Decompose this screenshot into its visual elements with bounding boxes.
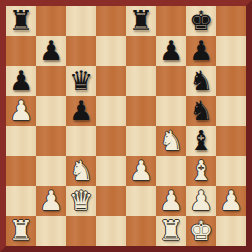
black-pawn-icon[interactable]: ♟: [189, 37, 213, 64]
square-e8[interactable]: ♜: [126, 6, 156, 36]
square-c3[interactable]: ♞: [66, 156, 96, 186]
square-a2[interactable]: [6, 186, 36, 216]
square-a5[interactable]: ♟: [6, 96, 36, 126]
square-d5[interactable]: [96, 96, 126, 126]
square-d6[interactable]: [96, 66, 126, 96]
square-h8[interactable]: [216, 6, 246, 36]
chess-board-frame: ♜♜♚♟♟♟♟♛♞♟♟♞♞♝♞♟♝♟♛♟♟♟♜♜♚: [0, 0, 252, 252]
square-a7[interactable]: [6, 36, 36, 66]
square-d8[interactable]: [96, 6, 126, 36]
square-c4[interactable]: [66, 126, 96, 156]
black-pawn-icon[interactable]: ♟: [69, 97, 93, 124]
square-c8[interactable]: [66, 6, 96, 36]
square-c5[interactable]: ♟: [66, 96, 96, 126]
square-d1[interactable]: [96, 216, 126, 246]
square-g5[interactable]: ♞: [186, 96, 216, 126]
square-e5[interactable]: [126, 96, 156, 126]
square-d4[interactable]: [96, 126, 126, 156]
square-e3[interactable]: ♟: [126, 156, 156, 186]
square-a1[interactable]: ♜: [6, 216, 36, 246]
black-queen-icon[interactable]: ♛: [69, 67, 93, 94]
square-g2[interactable]: ♟: [186, 186, 216, 216]
square-h4[interactable]: [216, 126, 246, 156]
square-b6[interactable]: [36, 66, 66, 96]
square-c6[interactable]: ♛: [66, 66, 96, 96]
square-d3[interactable]: [96, 156, 126, 186]
square-g1[interactable]: ♚: [186, 216, 216, 246]
square-f8[interactable]: [156, 6, 186, 36]
black-knight-icon[interactable]: ♞: [189, 67, 213, 94]
white-rook-icon[interactable]: ♜: [159, 217, 183, 244]
white-knight-icon[interactable]: ♞: [69, 157, 93, 184]
black-pawn-icon[interactable]: ♟: [39, 37, 63, 64]
white-queen-icon[interactable]: ♛: [69, 187, 93, 214]
square-a8[interactable]: ♜: [6, 6, 36, 36]
square-b7[interactable]: ♟: [36, 36, 66, 66]
square-b2[interactable]: ♟: [36, 186, 66, 216]
white-knight-icon[interactable]: ♞: [159, 127, 183, 154]
square-c1[interactable]: [66, 216, 96, 246]
black-knight-icon[interactable]: ♞: [189, 97, 213, 124]
square-a6[interactable]: ♟: [6, 66, 36, 96]
square-e4[interactable]: [126, 126, 156, 156]
square-f5[interactable]: [156, 96, 186, 126]
black-bishop-icon[interactable]: ♝: [189, 127, 213, 154]
square-c7[interactable]: [66, 36, 96, 66]
square-e7[interactable]: [126, 36, 156, 66]
square-f6[interactable]: [156, 66, 186, 96]
square-f2[interactable]: ♟: [156, 186, 186, 216]
square-b3[interactable]: [36, 156, 66, 186]
square-g8[interactable]: ♚: [186, 6, 216, 36]
square-a3[interactable]: [6, 156, 36, 186]
square-f1[interactable]: ♜: [156, 216, 186, 246]
square-h1[interactable]: [216, 216, 246, 246]
square-b1[interactable]: [36, 216, 66, 246]
square-d2[interactable]: [96, 186, 126, 216]
white-pawn-icon[interactable]: ♟: [189, 187, 213, 214]
black-rook-icon[interactable]: ♜: [9, 7, 33, 34]
square-g6[interactable]: ♞: [186, 66, 216, 96]
black-king-icon[interactable]: ♚: [189, 7, 213, 34]
white-pawn-icon[interactable]: ♟: [159, 187, 183, 214]
square-g4[interactable]: ♝: [186, 126, 216, 156]
white-pawn-icon[interactable]: ♟: [129, 157, 153, 184]
square-e2[interactable]: [126, 186, 156, 216]
square-h7[interactable]: [216, 36, 246, 66]
square-g3[interactable]: ♝: [186, 156, 216, 186]
white-pawn-icon[interactable]: ♟: [39, 187, 63, 214]
square-g7[interactable]: ♟: [186, 36, 216, 66]
chess-board: ♜♜♚♟♟♟♟♛♞♟♟♞♞♝♞♟♝♟♛♟♟♟♜♜♚: [6, 6, 246, 246]
square-e6[interactable]: [126, 66, 156, 96]
white-pawn-icon[interactable]: ♟: [219, 187, 243, 214]
white-pawn-icon[interactable]: ♟: [9, 97, 33, 124]
square-b8[interactable]: [36, 6, 66, 36]
white-king-icon[interactable]: ♚: [189, 217, 213, 244]
white-rook-icon[interactable]: ♜: [9, 217, 33, 244]
square-f4[interactable]: ♞: [156, 126, 186, 156]
square-h3[interactable]: [216, 156, 246, 186]
square-b4[interactable]: [36, 126, 66, 156]
square-c2[interactable]: ♛: [66, 186, 96, 216]
square-h2[interactable]: ♟: [216, 186, 246, 216]
square-h5[interactable]: [216, 96, 246, 126]
square-d7[interactable]: [96, 36, 126, 66]
square-a4[interactable]: [6, 126, 36, 156]
black-rook-icon[interactable]: ♜: [129, 7, 153, 34]
square-h6[interactable]: [216, 66, 246, 96]
black-pawn-icon[interactable]: ♟: [9, 67, 33, 94]
square-f7[interactable]: ♟: [156, 36, 186, 66]
square-e1[interactable]: [126, 216, 156, 246]
black-pawn-icon[interactable]: ♟: [159, 37, 183, 64]
white-bishop-icon[interactable]: ♝: [189, 157, 213, 184]
square-b5[interactable]: [36, 96, 66, 126]
square-f3[interactable]: [156, 156, 186, 186]
